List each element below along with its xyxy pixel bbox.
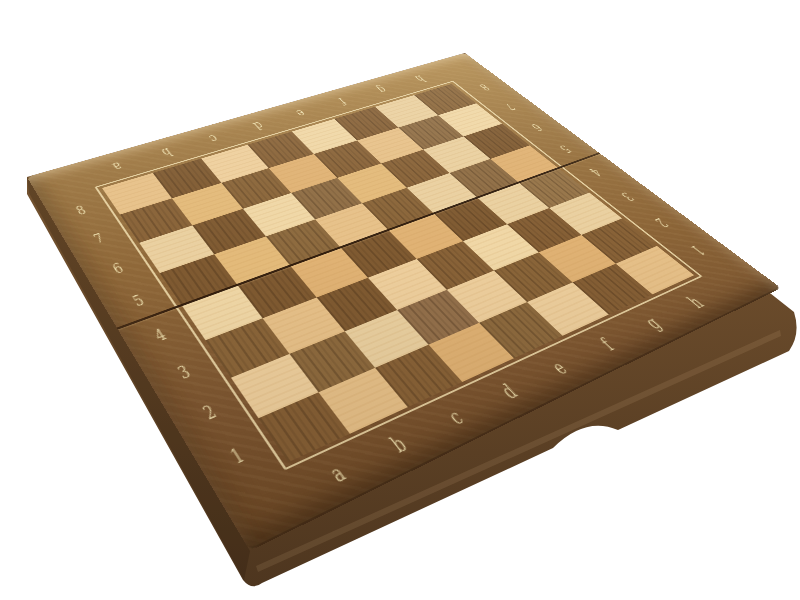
product-photo-scene: aa88bb77cc66dd55ee44ff33gg22hh11 [0,0,800,600]
